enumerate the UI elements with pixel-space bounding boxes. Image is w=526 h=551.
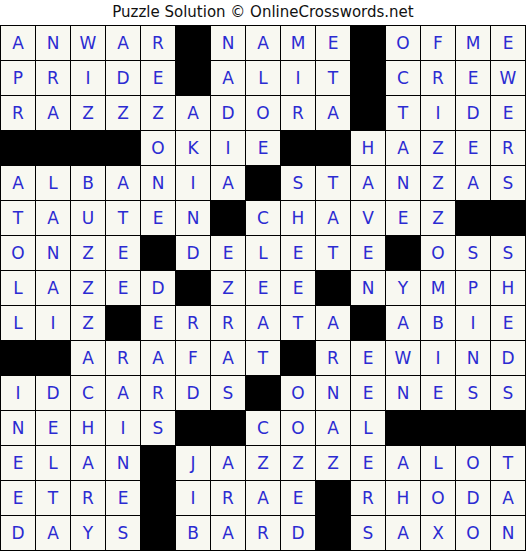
- letter-cell-r14c13: O: [421, 481, 455, 515]
- letter-cell-r6c6: N: [176, 201, 210, 235]
- letter-cell-r3c14: D: [456, 96, 490, 130]
- block-cell-r6c14: [456, 201, 490, 235]
- letter-cell-r8c7: Z: [211, 271, 245, 305]
- letter-cell-r4c5: O: [141, 131, 175, 165]
- letter-cell-r5c4: A: [106, 166, 140, 200]
- puzzle-solution-page: Puzzle Solution © OnlineCrosswords.net A…: [0, 0, 526, 551]
- block-cell-r7c12: [386, 236, 420, 270]
- letter-cell-r12c2: E: [36, 411, 70, 445]
- letter-cell-r14c1: E: [1, 481, 35, 515]
- letter-cell-r3c12: T: [386, 96, 420, 130]
- letter-cell-r14c15: A: [491, 481, 525, 515]
- letter-cell-r10c5: A: [141, 341, 175, 375]
- letter-cell-r5c12: N: [386, 166, 420, 200]
- letter-cell-r7c15: S: [491, 236, 525, 270]
- letter-cell-r14c12: H: [386, 481, 420, 515]
- letter-cell-r11c1: I: [1, 376, 35, 410]
- block-cell-r1c6: [176, 26, 210, 60]
- letter-cell-r11c5: R: [141, 376, 175, 410]
- letter-cell-r15c11: S: [351, 516, 385, 550]
- letter-cell-r13c6: J: [176, 446, 210, 480]
- letter-cell-r9c12: A: [386, 306, 420, 340]
- letter-cell-r10c10: R: [316, 341, 350, 375]
- block-cell-r2c11: [351, 61, 385, 95]
- crossword-grid: ANWARNAMEOFMEPRIDEALITCREWRAZZZADORATIDE…: [0, 25, 526, 551]
- letter-cell-r11c6: D: [176, 376, 210, 410]
- letter-cell-r3c8: O: [246, 96, 280, 130]
- letter-cell-r1c12: O: [386, 26, 420, 60]
- letter-cell-r7c2: N: [36, 236, 70, 270]
- letter-cell-r15c8: R: [246, 516, 280, 550]
- letter-cell-r7c8: L: [246, 236, 280, 270]
- letter-cell-r10c15: D: [491, 341, 525, 375]
- block-cell-r6c7: [211, 201, 245, 235]
- letter-cell-r1c15: E: [491, 26, 525, 60]
- letter-cell-r15c9: D: [281, 516, 315, 550]
- letter-cell-r11c4: A: [106, 376, 140, 410]
- letter-cell-r13c11: E: [351, 446, 385, 480]
- letter-cell-r3c13: I: [421, 96, 455, 130]
- page-title: Puzzle Solution © OnlineCrosswords.net: [0, 0, 526, 25]
- letter-cell-r12c9: O: [281, 411, 315, 445]
- block-cell-r15c5: [141, 516, 175, 550]
- letter-cell-r5c13: Z: [421, 166, 455, 200]
- block-cell-r2c6: [176, 61, 210, 95]
- letter-cell-r13c4: N: [106, 446, 140, 480]
- letter-cell-r8c2: A: [36, 271, 70, 305]
- letter-cell-r9c10: A: [316, 306, 350, 340]
- block-cell-r12c15: [491, 411, 525, 445]
- block-cell-r10c2: [36, 341, 70, 375]
- block-cell-r12c14: [456, 411, 490, 445]
- letter-cell-r2c7: A: [211, 61, 245, 95]
- letter-cell-r6c2: A: [36, 201, 70, 235]
- letter-cell-r7c14: S: [456, 236, 490, 270]
- letter-cell-r1c8: A: [246, 26, 280, 60]
- letter-cell-r7c3: Z: [71, 236, 105, 270]
- letter-cell-r5c5: N: [141, 166, 175, 200]
- letter-cell-r6c13: Z: [421, 201, 455, 235]
- block-cell-r7c5: [141, 236, 175, 270]
- block-cell-r9c4: [106, 306, 140, 340]
- block-cell-r3c11: [351, 96, 385, 130]
- letter-cell-r2c15: W: [491, 61, 525, 95]
- letter-cell-r10c14: N: [456, 341, 490, 375]
- letter-cell-r3c9: R: [281, 96, 315, 130]
- letter-cell-r11c10: N: [316, 376, 350, 410]
- letter-cell-r12c10: A: [316, 411, 350, 445]
- letter-cell-r4c13: Z: [421, 131, 455, 165]
- block-cell-r14c5: [141, 481, 175, 515]
- letter-cell-r15c1: D: [1, 516, 35, 550]
- letter-cell-r5c14: A: [456, 166, 490, 200]
- letter-cell-r6c1: T: [1, 201, 35, 235]
- letter-cell-r8c8: E: [246, 271, 280, 305]
- letter-cell-r1c9: M: [281, 26, 315, 60]
- letter-cell-r1c4: A: [106, 26, 140, 60]
- block-cell-r4c3: [71, 131, 105, 165]
- letter-cell-r11c14: S: [456, 376, 490, 410]
- letter-cell-r1c10: E: [316, 26, 350, 60]
- letter-cell-r15c6: B: [176, 516, 210, 550]
- letter-cell-r6c11: V: [351, 201, 385, 235]
- letter-cell-r11c7: S: [211, 376, 245, 410]
- letter-cell-r5c11: A: [351, 166, 385, 200]
- letter-cell-r8c13: M: [421, 271, 455, 305]
- letter-cell-r3c15: E: [491, 96, 525, 130]
- letter-cell-r14c8: A: [246, 481, 280, 515]
- block-cell-r9c11: [351, 306, 385, 340]
- letter-cell-r7c10: T: [316, 236, 350, 270]
- letter-cell-r1c14: M: [456, 26, 490, 60]
- letter-cell-r3c3: Z: [71, 96, 105, 130]
- letter-cell-r12c3: H: [71, 411, 105, 445]
- block-cell-r12c12: [386, 411, 420, 445]
- letter-cell-r5c6: I: [176, 166, 210, 200]
- letter-cell-r6c8: C: [246, 201, 280, 235]
- letter-cell-r4c11: H: [351, 131, 385, 165]
- letter-cell-r12c11: L: [351, 411, 385, 445]
- letter-cell-r5c15: S: [491, 166, 525, 200]
- letter-cell-r3c7: D: [211, 96, 245, 130]
- letter-cell-r3c1: R: [1, 96, 35, 130]
- letter-cell-r5c1: A: [1, 166, 35, 200]
- letter-cell-r7c4: E: [106, 236, 140, 270]
- letter-cell-r9c3: Z: [71, 306, 105, 340]
- block-cell-r14c10: [316, 481, 350, 515]
- letter-cell-r10c11: E: [351, 341, 385, 375]
- letter-cell-r2c3: I: [71, 61, 105, 95]
- letter-cell-r15c14: O: [456, 516, 490, 550]
- letter-cell-r13c14: O: [456, 446, 490, 480]
- letter-cell-r8c3: Z: [71, 271, 105, 305]
- letter-cell-r8c15: H: [491, 271, 525, 305]
- letter-cell-r5c3: B: [71, 166, 105, 200]
- letter-cell-r5c9: S: [281, 166, 315, 200]
- letter-cell-r12c8: C: [246, 411, 280, 445]
- letter-cell-r6c10: A: [316, 201, 350, 235]
- letter-cell-r13c1: E: [1, 446, 35, 480]
- letter-cell-r7c13: O: [421, 236, 455, 270]
- letter-cell-r13c2: L: [36, 446, 70, 480]
- letter-cell-r12c4: I: [106, 411, 140, 445]
- letter-cell-r14c2: T: [36, 481, 70, 515]
- block-cell-r1c11: [351, 26, 385, 60]
- letter-cell-r10c13: I: [421, 341, 455, 375]
- letter-cell-r3c10: A: [316, 96, 350, 130]
- letter-cell-r13c3: A: [71, 446, 105, 480]
- block-cell-r15c10: [316, 516, 350, 550]
- letter-cell-r7c11: E: [351, 236, 385, 270]
- letter-cell-r2c8: L: [246, 61, 280, 95]
- block-cell-r4c10: [316, 131, 350, 165]
- letter-cell-r4c15: R: [491, 131, 525, 165]
- letter-cell-r6c4: T: [106, 201, 140, 235]
- letter-cell-r6c3: U: [71, 201, 105, 235]
- block-cell-r10c9: [281, 341, 315, 375]
- letter-cell-r13c9: Z: [281, 446, 315, 480]
- letter-cell-r14c6: I: [176, 481, 210, 515]
- letter-cell-r11c9: O: [281, 376, 315, 410]
- letter-cell-r15c13: X: [421, 516, 455, 550]
- letter-cell-r1c2: N: [36, 26, 70, 60]
- letter-cell-r2c1: P: [1, 61, 35, 95]
- letter-cell-r7c6: D: [176, 236, 210, 270]
- letter-cell-r4c8: E: [246, 131, 280, 165]
- letter-cell-r2c2: R: [36, 61, 70, 95]
- block-cell-r12c6: [176, 411, 210, 445]
- letter-cell-r7c1: O: [1, 236, 35, 270]
- letter-cell-r13c10: Z: [316, 446, 350, 480]
- letter-cell-r15c4: S: [106, 516, 140, 550]
- letter-cell-r13c7: A: [211, 446, 245, 480]
- letter-cell-r10c4: R: [106, 341, 140, 375]
- letter-cell-r5c2: L: [36, 166, 70, 200]
- letter-cell-r3c6: A: [176, 96, 210, 130]
- letter-cell-r6c9: H: [281, 201, 315, 235]
- block-cell-r12c13: [421, 411, 455, 445]
- letter-cell-r11c13: E: [421, 376, 455, 410]
- letter-cell-r12c5: S: [141, 411, 175, 445]
- letter-cell-r1c13: F: [421, 26, 455, 60]
- letter-cell-r11c11: E: [351, 376, 385, 410]
- block-cell-r8c6: [176, 271, 210, 305]
- letter-cell-r3c2: A: [36, 96, 70, 130]
- letter-cell-r6c12: E: [386, 201, 420, 235]
- block-cell-r4c9: [281, 131, 315, 165]
- letter-cell-r9c5: E: [141, 306, 175, 340]
- letter-cell-r10c8: T: [246, 341, 280, 375]
- letter-cell-r11c3: C: [71, 376, 105, 410]
- block-cell-r4c4: [106, 131, 140, 165]
- letter-cell-r8c14: P: [456, 271, 490, 305]
- letter-cell-r10c12: W: [386, 341, 420, 375]
- block-cell-r12c7: [211, 411, 245, 445]
- letter-cell-r9c14: I: [456, 306, 490, 340]
- letter-cell-r10c3: A: [71, 341, 105, 375]
- letter-cell-r12c1: N: [1, 411, 35, 445]
- letter-cell-r2c5: E: [141, 61, 175, 95]
- letter-cell-r2c4: D: [106, 61, 140, 95]
- letter-cell-r2c10: T: [316, 61, 350, 95]
- letter-cell-r11c12: N: [386, 376, 420, 410]
- letter-cell-r13c13: L: [421, 446, 455, 480]
- letter-cell-r11c2: D: [36, 376, 70, 410]
- letter-cell-r8c11: N: [351, 271, 385, 305]
- letter-cell-r15c2: A: [36, 516, 70, 550]
- letter-cell-r6c5: E: [141, 201, 175, 235]
- letter-cell-r2c9: I: [281, 61, 315, 95]
- block-cell-r5c8: [246, 166, 280, 200]
- letter-cell-r13c12: A: [386, 446, 420, 480]
- letter-cell-r8c4: E: [106, 271, 140, 305]
- letter-cell-r15c12: A: [386, 516, 420, 550]
- block-cell-r11c8: [246, 376, 280, 410]
- letter-cell-r9c13: B: [421, 306, 455, 340]
- letter-cell-r8c12: Y: [386, 271, 420, 305]
- letter-cell-r9c1: L: [1, 306, 35, 340]
- letter-cell-r1c1: A: [1, 26, 35, 60]
- letter-cell-r1c7: N: [211, 26, 245, 60]
- block-cell-r4c2: [36, 131, 70, 165]
- letter-cell-r11c15: S: [491, 376, 525, 410]
- letter-cell-r13c15: T: [491, 446, 525, 480]
- letter-cell-r3c5: Z: [141, 96, 175, 130]
- letter-cell-r4c14: E: [456, 131, 490, 165]
- letter-cell-r7c7: E: [211, 236, 245, 270]
- letter-cell-r7c9: E: [281, 236, 315, 270]
- block-cell-r10c1: [1, 341, 35, 375]
- block-cell-r13c5: [141, 446, 175, 480]
- letter-cell-r9c2: I: [36, 306, 70, 340]
- letter-cell-r9c7: R: [211, 306, 245, 340]
- letter-cell-r10c7: A: [211, 341, 245, 375]
- letter-cell-r14c3: R: [71, 481, 105, 515]
- letter-cell-r9c15: E: [491, 306, 525, 340]
- block-cell-r4c1: [1, 131, 35, 165]
- letter-cell-r3c4: Z: [106, 96, 140, 130]
- letter-cell-r14c14: D: [456, 481, 490, 515]
- letter-cell-r15c7: A: [211, 516, 245, 550]
- letter-cell-r14c4: E: [106, 481, 140, 515]
- letter-cell-r5c10: T: [316, 166, 350, 200]
- letter-cell-r8c5: D: [141, 271, 175, 305]
- letter-cell-r15c15: N: [491, 516, 525, 550]
- letter-cell-r9c6: R: [176, 306, 210, 340]
- letter-cell-r8c1: L: [1, 271, 35, 305]
- letter-cell-r4c7: I: [211, 131, 245, 165]
- letter-cell-r15c3: Y: [71, 516, 105, 550]
- letter-cell-r9c8: A: [246, 306, 280, 340]
- block-cell-r6c15: [491, 201, 525, 235]
- letter-cell-r1c5: R: [141, 26, 175, 60]
- letter-cell-r14c9: E: [281, 481, 315, 515]
- letter-cell-r9c9: T: [281, 306, 315, 340]
- letter-cell-r14c7: R: [211, 481, 245, 515]
- letter-cell-r4c12: A: [386, 131, 420, 165]
- letter-cell-r2c14: E: [456, 61, 490, 95]
- letter-cell-r2c13: R: [421, 61, 455, 95]
- letter-cell-r5c7: A: [211, 166, 245, 200]
- letter-cell-r2c12: C: [386, 61, 420, 95]
- letter-cell-r4c6: K: [176, 131, 210, 165]
- letter-cell-r14c11: R: [351, 481, 385, 515]
- letter-cell-r8c9: E: [281, 271, 315, 305]
- letter-cell-r10c6: F: [176, 341, 210, 375]
- letter-cell-r1c3: W: [71, 26, 105, 60]
- block-cell-r8c10: [316, 271, 350, 305]
- letter-cell-r13c8: Z: [246, 446, 280, 480]
